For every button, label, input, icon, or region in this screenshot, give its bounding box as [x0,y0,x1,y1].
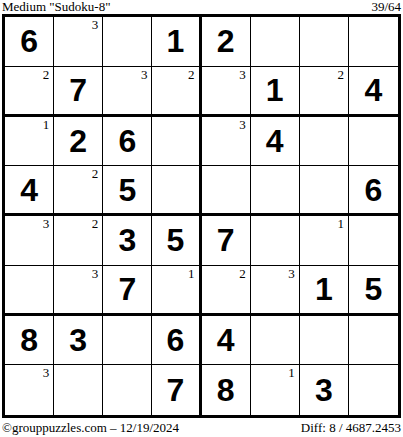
cell-r5c6[interactable] [251,216,300,266]
cell-value: 2 [69,125,87,157]
cell-r2c1[interactable]: 2 [5,67,54,117]
cell-value: 1 [315,273,333,305]
cell-r8c1[interactable]: 3 [5,365,54,415]
pencil-mark: 2 [337,67,344,82]
cell-r2c7[interactable]: 2 [300,67,349,117]
cell-value: 8 [20,324,38,356]
cell-r5c4[interactable]: 5 [152,216,201,266]
cell-r3c6[interactable]: 4 [251,117,300,167]
pencil-mark: 2 [188,67,195,82]
difficulty-text: Diff: 8 / 4687.2453 [301,421,401,435]
cell-r4c5[interactable] [202,166,251,216]
cell-value: 7 [217,224,235,256]
cell-r5c2[interactable]: 2 [54,216,103,266]
cell-value: 6 [167,324,185,356]
cell-r5c7[interactable]: 1 [300,216,349,266]
cell-r7c2[interactable]: 3 [54,316,103,366]
cell-r4c8[interactable]: 6 [349,166,398,216]
cell-r3c1[interactable]: 1 [5,117,54,167]
pencil-mark: 2 [43,67,50,82]
cell-value: 3 [315,374,333,406]
cell-r4c7[interactable] [300,166,349,216]
cell-r6c8[interactable]: 5 [349,266,398,316]
cell-value: 5 [167,224,185,256]
cell-r5c1[interactable]: 3 [5,216,54,266]
cell-r2c4[interactable]: 2 [152,67,201,117]
cell-r2c2[interactable]: 7 [54,67,103,117]
cell-r8c2[interactable] [54,365,103,415]
cell-value: 4 [266,125,284,157]
cell-r6c4[interactable]: 1 [152,266,201,316]
puzzle-counter: 39/64 [371,0,401,13]
cell-r4c1[interactable]: 4 [5,166,54,216]
cell-r6c7[interactable]: 1 [300,266,349,316]
cell-r6c3[interactable]: 7 [103,266,152,316]
cell-r3c3[interactable]: 6 [103,117,152,167]
pencil-mark: 1 [43,117,50,132]
cell-r3c4[interactable] [152,117,201,167]
cell-r3c7[interactable] [300,117,349,167]
cell-r6c6[interactable]: 3 [251,266,300,316]
cell-r5c3[interactable]: 3 [103,216,152,266]
cell-r5c8[interactable] [349,216,398,266]
pencil-mark: 3 [92,266,99,281]
pencil-mark: 3 [288,266,295,281]
cell-r3c5[interactable]: 3 [202,117,251,167]
cell-r1c6[interactable] [251,17,300,67]
pencil-mark: 2 [92,166,99,181]
cell-r6c5[interactable]: 2 [202,266,251,316]
pencil-mark: 1 [288,365,295,380]
copyright-text: ©grouppuzzles.com – 12/19/2024 [2,421,179,435]
pencil-mark: 2 [239,266,246,281]
cell-r8c3[interactable] [103,365,152,415]
cell-value: 1 [266,74,284,106]
cell-r7c8[interactable] [349,316,398,366]
cell-r7c3[interactable] [103,316,152,366]
cell-value: 7 [69,74,87,106]
cell-value: 5 [118,174,136,206]
cell-r2c8[interactable]: 4 [349,67,398,117]
cell-r7c1[interactable]: 8 [5,316,54,366]
cell-r3c2[interactable]: 2 [54,117,103,167]
pencil-mark: 3 [43,216,50,231]
cell-r4c3[interactable]: 5 [103,166,152,216]
cell-value: 6 [118,125,136,157]
cell-r8c5[interactable]: 8 [202,365,251,415]
cell-r7c5[interactable]: 4 [202,316,251,366]
sudoku-page: Medium "Sudoku-8" 39/64 6312273231241263… [0,0,403,437]
cell-r8c8[interactable] [349,365,398,415]
cell-value: 1 [167,25,185,57]
cell-r1c5[interactable]: 2 [202,17,251,67]
cell-value: 3 [69,324,87,356]
cell-r7c7[interactable] [300,316,349,366]
cell-r2c3[interactable]: 3 [103,67,152,117]
cell-r7c6[interactable] [251,316,300,366]
cell-r8c4[interactable]: 7 [152,365,201,415]
cell-r2c6[interactable]: 1 [251,67,300,117]
cell-r4c4[interactable] [152,166,201,216]
cell-r4c6[interactable] [251,166,300,216]
sudoku-grid: 6312273231241263442563235713712315836437… [2,14,401,418]
cell-value: 5 [365,273,383,305]
cell-r1c7[interactable] [300,17,349,67]
cell-value: 4 [217,324,235,356]
cell-r8c7[interactable]: 3 [300,365,349,415]
pencil-mark: 1 [337,216,344,231]
page-title: Medium "Sudoku-8" [2,0,110,13]
cell-r7c4[interactable]: 6 [152,316,201,366]
cell-r2c5[interactable]: 3 [202,67,251,117]
cell-r1c2[interactable]: 3 [54,17,103,67]
pencil-mark: 3 [92,17,99,32]
cell-r3c8[interactable] [349,117,398,167]
pencil-mark: 3 [239,117,246,132]
pencil-mark: 1 [188,266,195,281]
cell-r4c2[interactable]: 2 [54,166,103,216]
cell-value: 7 [167,374,185,406]
pencil-mark: 3 [239,67,246,82]
cell-r1c3[interactable] [103,17,152,67]
pencil-mark: 3 [141,67,148,82]
cell-r8c6[interactable]: 1 [251,365,300,415]
cell-value: 6 [365,174,383,206]
pencil-mark: 2 [92,216,99,231]
cell-value: 3 [118,224,136,256]
cell-r1c1[interactable]: 6 [5,17,54,67]
cell-r5c5[interactable]: 7 [202,216,251,266]
cell-value: 8 [217,374,235,406]
cell-value: 7 [118,273,136,305]
cell-r1c4[interactable]: 1 [152,17,201,67]
cell-r6c2[interactable]: 3 [54,266,103,316]
cell-value: 2 [217,25,235,57]
cell-r1c8[interactable] [349,17,398,67]
cell-value: 4 [20,174,38,206]
cell-value: 4 [365,74,383,106]
cell-value: 6 [20,25,38,57]
pencil-mark: 3 [43,365,50,380]
cell-r6c1[interactable] [5,266,54,316]
